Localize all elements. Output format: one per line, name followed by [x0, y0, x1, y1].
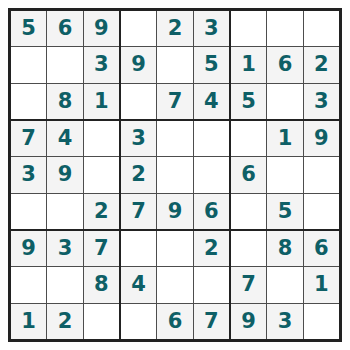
given-digit: 1: [314, 274, 329, 295]
given-digit: 4: [58, 128, 73, 149]
cell-r9c6[interactable]: 7: [194, 304, 229, 339]
cell-r7c8[interactable]: 8: [267, 231, 302, 266]
cell-r8c2[interactable]: [47, 267, 82, 302]
given-digit: 7: [94, 238, 109, 259]
given-digit: 6: [241, 164, 256, 185]
cell-r2c8[interactable]: 6: [267, 47, 302, 82]
given-digit: 7: [21, 128, 36, 149]
cell-r1c5[interactable]: 2: [157, 11, 192, 46]
box-5: 32796: [121, 121, 229, 229]
given-digit: 2: [58, 311, 73, 332]
cell-r9c4[interactable]: [121, 304, 156, 339]
cell-r9c8[interactable]: 3: [267, 304, 302, 339]
cell-r3c4[interactable]: [121, 84, 156, 119]
cell-r7c3[interactable]: 7: [84, 231, 119, 266]
cell-r8c4[interactable]: 4: [121, 267, 156, 302]
cell-r7c1[interactable]: 9: [11, 231, 46, 266]
given-digit: 6: [278, 54, 293, 75]
given-digit: 8: [58, 91, 73, 112]
cell-r6c6[interactable]: 6: [194, 194, 229, 229]
cell-r8c1[interactable]: [11, 267, 46, 302]
given-digit: 5: [204, 54, 219, 75]
given-digit: 5: [21, 18, 36, 39]
cell-r1c8[interactable]: [267, 11, 302, 46]
box-7: 937812: [11, 231, 119, 339]
cell-r9c5[interactable]: 6: [157, 304, 192, 339]
cell-r3c3[interactable]: 1: [84, 84, 119, 119]
box-8: 2467: [121, 231, 229, 339]
cell-r2c5[interactable]: [157, 47, 192, 82]
cell-r3c2[interactable]: 8: [47, 84, 82, 119]
given-digit: 4: [131, 274, 146, 295]
given-digit: 9: [241, 311, 256, 332]
cell-r5c9[interactable]: [304, 157, 339, 192]
given-digit: 2: [94, 201, 109, 222]
cell-r6c5[interactable]: 9: [157, 194, 192, 229]
cell-r9c3[interactable]: [84, 304, 119, 339]
given-digit: 1: [21, 311, 36, 332]
cell-r2c1[interactable]: [11, 47, 46, 82]
given-digit: 3: [204, 18, 219, 39]
sudoku-board: 5693812395741625374392327961965937812246…: [8, 8, 342, 342]
given-digit: 6: [314, 238, 329, 259]
cell-r5c5[interactable]: [157, 157, 192, 192]
cell-r7c5[interactable]: [157, 231, 192, 266]
given-digit: 3: [314, 91, 329, 112]
cell-r4c4[interactable]: 3: [121, 121, 156, 156]
given-digit: 2: [131, 164, 146, 185]
sudoku-page: 5693812395741625374392327961965937812246…: [0, 0, 350, 350]
cell-r6c4[interactable]: 7: [121, 194, 156, 229]
given-digit: 1: [278, 128, 293, 149]
given-digit: 6: [204, 201, 219, 222]
given-digit: 3: [58, 238, 73, 259]
given-digit: 9: [21, 238, 36, 259]
cell-r1c3[interactable]: 9: [84, 11, 119, 46]
given-digit: 2: [314, 54, 329, 75]
given-digit: 7: [131, 201, 146, 222]
box-4: 74392: [11, 121, 119, 229]
given-digit: 4: [204, 91, 219, 112]
box-6: 1965: [231, 121, 339, 229]
cell-r8c8[interactable]: [267, 267, 302, 302]
cell-r8c6[interactable]: [194, 267, 229, 302]
cell-r9c1[interactable]: 1: [11, 304, 46, 339]
cell-r4c1[interactable]: 7: [11, 121, 46, 156]
cell-r1c4[interactable]: [121, 11, 156, 46]
cell-r5c1[interactable]: 3: [11, 157, 46, 192]
given-digit: 3: [278, 311, 293, 332]
given-digit: 3: [94, 54, 109, 75]
cell-r7c4[interactable]: [121, 231, 156, 266]
cell-r4c3[interactable]: [84, 121, 119, 156]
box-9: 867193: [231, 231, 339, 339]
cell-r6c9[interactable]: [304, 194, 339, 229]
cell-r8c3[interactable]: 8: [84, 267, 119, 302]
cell-r7c2[interactable]: 3: [47, 231, 82, 266]
cell-r1c6[interactable]: 3: [194, 11, 229, 46]
cell-r5c4[interactable]: 2: [121, 157, 156, 192]
cell-r7c7[interactable]: [231, 231, 266, 266]
box-1: 569381: [11, 11, 119, 119]
cell-r4c5[interactable]: [157, 121, 192, 156]
box-3: 16253: [231, 11, 339, 119]
cell-r1c9[interactable]: [304, 11, 339, 46]
given-digit: 9: [314, 128, 329, 149]
given-digit: 9: [58, 164, 73, 185]
cell-r4c8[interactable]: 1: [267, 121, 302, 156]
cell-r9c2[interactable]: 2: [47, 304, 82, 339]
cell-r6c8[interactable]: 5: [267, 194, 302, 229]
cell-r4c9[interactable]: 9: [304, 121, 339, 156]
cell-r2c9[interactable]: 2: [304, 47, 339, 82]
cell-r3c7[interactable]: 5: [231, 84, 266, 119]
cell-r5c2[interactable]: 9: [47, 157, 82, 192]
given-digit: 1: [94, 91, 109, 112]
cell-r2c3[interactable]: 3: [84, 47, 119, 82]
cell-r6c1[interactable]: [11, 194, 46, 229]
cell-r1c1[interactable]: 5: [11, 11, 46, 46]
cell-r8c5[interactable]: [157, 267, 192, 302]
cell-r7c9[interactable]: 6: [304, 231, 339, 266]
given-digit: 7: [168, 91, 183, 112]
given-digit: 7: [204, 311, 219, 332]
cell-r5c8[interactable]: [267, 157, 302, 192]
cell-r5c6[interactable]: [194, 157, 229, 192]
cell-r2c2[interactable]: [47, 47, 82, 82]
given-digit: 6: [168, 311, 183, 332]
cell-r6c7[interactable]: [231, 194, 266, 229]
given-digit: 9: [131, 54, 146, 75]
given-digit: 2: [168, 18, 183, 39]
cell-r5c3[interactable]: [84, 157, 119, 192]
given-digit: 3: [21, 164, 36, 185]
given-digit: 1: [241, 54, 256, 75]
cell-r3c1[interactable]: [11, 84, 46, 119]
given-digit: 8: [94, 274, 109, 295]
cell-r3c6[interactable]: 4: [194, 84, 229, 119]
given-digit: 5: [278, 201, 293, 222]
cell-r8c7[interactable]: 7: [231, 267, 266, 302]
cell-r7c6[interactable]: 2: [194, 231, 229, 266]
cell-r3c5[interactable]: 7: [157, 84, 192, 119]
cell-r8c9[interactable]: 1: [304, 267, 339, 302]
given-digit: 8: [278, 238, 293, 259]
cell-r1c2[interactable]: 6: [47, 11, 82, 46]
cell-r5c7[interactable]: 6: [231, 157, 266, 192]
cell-r4c2[interactable]: 4: [47, 121, 82, 156]
cell-r3c8[interactable]: [267, 84, 302, 119]
cell-r9c9[interactable]: [304, 304, 339, 339]
given-digit: 6: [58, 18, 73, 39]
cell-r6c3[interactable]: 2: [84, 194, 119, 229]
cell-r3c9[interactable]: 3: [304, 84, 339, 119]
cell-r9c7[interactable]: 9: [231, 304, 266, 339]
cell-r4c6[interactable]: [194, 121, 229, 156]
given-digit: 2: [204, 238, 219, 259]
given-digit: 3: [131, 128, 146, 149]
given-digit: 7: [241, 274, 256, 295]
cell-r4c7[interactable]: [231, 121, 266, 156]
cell-r6c2[interactable]: [47, 194, 82, 229]
cell-r2c6[interactable]: 5: [194, 47, 229, 82]
cell-r2c4[interactable]: 9: [121, 47, 156, 82]
given-digit: 5: [241, 91, 256, 112]
cell-r2c7[interactable]: 1: [231, 47, 266, 82]
box-2: 239574: [121, 11, 229, 119]
cell-r1c7[interactable]: [231, 11, 266, 46]
given-digit: 9: [168, 201, 183, 222]
given-digit: 9: [94, 18, 109, 39]
